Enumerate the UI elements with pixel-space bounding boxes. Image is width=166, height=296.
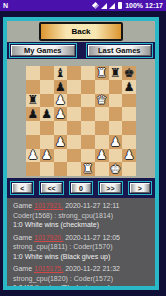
square-g3: ♟ xyxy=(109,135,123,149)
game-players: strong_cpu(1820) : Coder(1572) xyxy=(13,274,149,284)
signal-icon-1 xyxy=(101,3,107,9)
nav-fast-forward-button[interactable]: >> xyxy=(100,183,120,193)
square-d7 xyxy=(67,80,81,94)
nav-zero-button-frame: 0 xyxy=(69,181,93,195)
game-prefix: Game xyxy=(13,202,32,209)
square-g8: ♜ xyxy=(109,66,123,80)
game-list-item[interactable]: Game 1015175, 2020-11-22 21:32 strong_cp… xyxy=(13,264,149,286)
square-c2 xyxy=(54,149,68,163)
game-players: strong_cpu(1811) : Coder(1570) xyxy=(13,242,149,252)
square-d6 xyxy=(67,94,81,108)
my-games-button-frame: My Games xyxy=(9,43,77,58)
black-king-piece: ♚ xyxy=(124,67,135,79)
game-prefix: Game xyxy=(13,234,32,241)
square-b3 xyxy=(40,135,54,149)
chess-board: ♝♜♜♚♟♟♜♟♛♟♟♟♟♟♟♟♟♟♜♚ xyxy=(26,66,136,176)
square-d3 xyxy=(67,135,81,149)
game-number-link[interactable]: 1017920, xyxy=(34,234,63,241)
square-d8 xyxy=(67,66,81,80)
board-area: ♝♜♜♚♟♟♜♟♛♟♟♟♟♟♟♟♟♟♜♚ xyxy=(7,59,155,178)
game-datetime: 2020-11-27 12:05 xyxy=(65,234,120,241)
white-pawn-piece: ♟ xyxy=(55,108,66,120)
square-g2 xyxy=(109,149,123,163)
game-prefix: Game xyxy=(13,265,32,272)
white-king-piece: ♚ xyxy=(110,163,121,175)
square-e5 xyxy=(81,107,95,121)
square-g6 xyxy=(109,94,123,108)
square-a6: ♜ xyxy=(26,94,40,108)
square-f7 xyxy=(95,80,109,94)
square-b1 xyxy=(40,162,54,176)
white-pawn-piece: ♟ xyxy=(41,149,52,161)
black-pawn-piece: ♟ xyxy=(41,108,52,120)
white-pawn-piece: ♟ xyxy=(96,149,107,161)
square-b4 xyxy=(40,121,54,135)
last-games-button-frame: Last Games xyxy=(86,43,154,58)
square-g1: ♚ xyxy=(109,162,123,176)
square-b2: ♟ xyxy=(40,149,54,163)
square-h2: ♟ xyxy=(122,149,136,163)
square-a3 xyxy=(26,135,40,149)
move-nav-row: < << 0 >> > xyxy=(7,178,155,198)
nav-back-button-frame: < xyxy=(10,181,34,195)
game-result: 1:0 White wins (Black gives up) xyxy=(13,283,149,286)
square-f6: ♛ xyxy=(95,94,109,108)
square-b7 xyxy=(40,80,54,94)
black-pawn-piece: ♟ xyxy=(27,108,38,120)
nav-back-button[interactable]: < xyxy=(12,183,32,193)
square-d5 xyxy=(67,107,81,121)
square-e1: ♜ xyxy=(81,162,95,176)
square-g4 xyxy=(109,121,123,135)
status-bar: N 100% 12:17 xyxy=(0,0,166,11)
game-result: 1:0 White wins (Black gives up) xyxy=(13,252,149,262)
game-datetime: 2020-11-27 12:11 xyxy=(65,202,119,209)
back-button[interactable]: Back xyxy=(39,22,123,41)
black-pawn-piece: ♟ xyxy=(124,81,135,93)
last-games-button[interactable]: Last Games xyxy=(88,45,152,56)
nav-fast-back-button-frame: << xyxy=(39,181,63,195)
nav-forward-button-frame: > xyxy=(128,181,152,195)
white-pawn-piece: ♟ xyxy=(27,149,38,161)
white-pawn-piece: ♟ xyxy=(110,136,121,148)
signal-icon-2 xyxy=(109,3,115,9)
black-rook-piece: ♜ xyxy=(27,94,38,106)
square-h1 xyxy=(122,162,136,176)
square-c6: ♟ xyxy=(54,94,68,108)
black-rook-piece: ♜ xyxy=(110,67,121,79)
square-d4 xyxy=(67,121,81,135)
square-a8 xyxy=(26,66,40,80)
app-frame: Back My Games Last Games ♝♜♜♚♟♟♜♟♛♟♟♟♟♟♟… xyxy=(3,17,159,290)
white-pawn-piece: ♟ xyxy=(55,136,66,148)
square-a2: ♟ xyxy=(26,149,40,163)
square-a4 xyxy=(26,121,40,135)
white-queen-piece: ♛ xyxy=(96,94,107,106)
square-a5: ♟ xyxy=(26,107,40,121)
game-number-link[interactable]: 1017921, xyxy=(34,202,63,209)
square-a1 xyxy=(26,162,40,176)
white-rook-piece: ♜ xyxy=(82,163,93,175)
game-title-line: Game 1015175, 2020-11-22 21:32 xyxy=(13,264,149,274)
game-title-line: Game 1017920, 2020-11-27 12:05 xyxy=(13,233,149,243)
tabs-row: My Games Last Games xyxy=(7,42,155,59)
black-bishop-piece: ♝ xyxy=(55,67,66,79)
square-e4 xyxy=(81,121,95,135)
square-f1 xyxy=(95,162,109,176)
square-c8: ♝ xyxy=(54,66,68,80)
square-h8: ♚ xyxy=(122,66,136,80)
nav-fast-back-button[interactable]: << xyxy=(41,183,61,193)
nav-fast-forward-button-frame: >> xyxy=(98,181,122,195)
network-diamond-icon xyxy=(92,2,99,9)
header: Back xyxy=(7,21,155,42)
white-rook-piece: ♜ xyxy=(96,67,107,79)
square-e7 xyxy=(81,80,95,94)
game-list: Game 1017921, 2020-11-27 12:11 Coder(156… xyxy=(7,198,155,286)
square-b5: ♟ xyxy=(40,107,54,121)
game-title-line: Game 1017921, 2020-11-27 12:11 xyxy=(13,201,149,211)
square-g7 xyxy=(109,80,123,94)
square-c7: ♟ xyxy=(54,80,68,94)
game-result: 1:0 White wins (checkmate) xyxy=(13,220,149,230)
square-h5 xyxy=(122,107,136,121)
game-players: Coder(1568) : strong_cpu(1814) xyxy=(13,211,149,221)
battery-icon xyxy=(118,2,122,9)
clock: 12:17 xyxy=(145,2,163,9)
square-e6 xyxy=(81,94,95,108)
square-e3 xyxy=(81,135,95,149)
game-list-item[interactable]: Game 1017920, 2020-11-27 12:05 strong_cp… xyxy=(13,233,149,262)
square-h6 xyxy=(122,94,136,108)
square-b8 xyxy=(40,66,54,80)
nav-zero-button[interactable]: 0 xyxy=(71,183,91,193)
square-f2: ♟ xyxy=(95,149,109,163)
square-a7 xyxy=(26,80,40,94)
square-h3 xyxy=(122,135,136,149)
square-g5 xyxy=(109,107,123,121)
square-c4 xyxy=(54,121,68,135)
square-c3: ♟ xyxy=(54,135,68,149)
nav-forward-button[interactable]: > xyxy=(130,183,150,193)
battery-percent: 100% xyxy=(125,2,143,9)
square-c5: ♟ xyxy=(54,107,68,121)
notification-icon: N xyxy=(3,2,8,9)
game-list-item[interactable]: Game 1017921, 2020-11-27 12:11 Coder(156… xyxy=(13,201,149,230)
white-pawn-piece: ♟ xyxy=(55,94,66,106)
square-f8: ♜ xyxy=(95,66,109,80)
square-d2 xyxy=(67,149,81,163)
game-datetime: 2020-11-22 21:32 xyxy=(65,265,120,272)
square-e8 xyxy=(81,66,95,80)
white-pawn-piece: ♟ xyxy=(124,149,135,161)
square-f5 xyxy=(95,107,109,121)
square-b6 xyxy=(40,94,54,108)
square-h7: ♟ xyxy=(122,80,136,94)
square-f3 xyxy=(95,135,109,149)
square-d1 xyxy=(67,162,81,176)
square-e2 xyxy=(81,149,95,163)
black-pawn-piece: ♟ xyxy=(55,81,66,93)
square-f4 xyxy=(95,121,109,135)
square-h4 xyxy=(122,121,136,135)
game-number-link[interactable]: 1015175, xyxy=(34,265,63,272)
my-games-button[interactable]: My Games xyxy=(11,45,75,56)
square-c1 xyxy=(54,162,68,176)
